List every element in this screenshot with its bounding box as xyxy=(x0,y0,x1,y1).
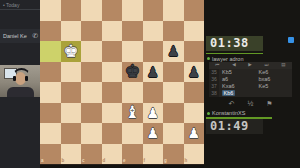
headphone-cup-right xyxy=(25,76,28,81)
clock-white: 01:49 xyxy=(206,119,263,134)
player-top[interactable]: lawyer adron xyxy=(207,55,244,62)
call-contact-row[interactable]: Daniel Ke ✆ xyxy=(0,29,40,43)
square-e8[interactable] xyxy=(122,0,143,21)
square-f1[interactable]: f xyxy=(143,144,164,165)
chess-board[interactable]: ♚♟♚♟♟♝♟♟♟abcdefgh xyxy=(40,0,204,165)
webcam-video xyxy=(0,65,40,97)
square-a3[interactable] xyxy=(40,103,61,124)
square-h8[interactable] xyxy=(184,0,205,21)
square-e6[interactable] xyxy=(122,41,143,62)
square-g2[interactable] xyxy=(163,123,184,144)
square-g8[interactable] xyxy=(163,0,184,21)
offer-draw-icon[interactable]: ½ xyxy=(247,100,253,107)
file-coordinate: d xyxy=(103,159,106,164)
file-coordinate: b xyxy=(62,159,65,164)
resign-icon[interactable]: ⚑ xyxy=(266,100,272,107)
square-h6[interactable] xyxy=(184,41,205,62)
square-b2[interactable] xyxy=(61,123,82,144)
player-bottom[interactable]: KonstantinXS xyxy=(207,110,245,117)
square-d6[interactable] xyxy=(102,41,123,62)
square-f2[interactable]: ♟ xyxy=(143,123,164,144)
square-d5[interactable] xyxy=(102,62,123,83)
square-b5[interactable] xyxy=(61,62,82,83)
move-number: 38 xyxy=(209,90,219,97)
black-pawn[interactable]: ♟ xyxy=(184,62,205,83)
contact-name: Daniel Ke xyxy=(3,33,27,39)
first-move-icon[interactable]: ⏮ xyxy=(215,63,219,68)
file-coordinate: a xyxy=(41,159,44,164)
move-row: 37Kxa6Ke5 xyxy=(209,83,292,90)
player-bottom-name: KonstantinXS xyxy=(212,110,245,116)
black-pawn[interactable]: ♟ xyxy=(163,41,184,62)
square-f5[interactable]: ♟ xyxy=(143,62,164,83)
current-move[interactable]: Kb6 xyxy=(222,90,235,96)
square-a8[interactable] xyxy=(40,0,61,21)
square-g4[interactable] xyxy=(163,82,184,103)
white-bishop[interactable]: ♝ xyxy=(122,103,143,124)
blue-badge-icon[interactable] xyxy=(288,37,294,43)
move-number: 35 xyxy=(209,69,219,76)
square-a1[interactable]: a xyxy=(40,144,61,165)
move-number: 37 xyxy=(209,83,219,90)
square-h2[interactable]: ♟ xyxy=(184,123,205,144)
square-h4[interactable] xyxy=(184,82,205,103)
square-f7[interactable] xyxy=(143,21,164,42)
move-black[interactable]: Ke6 xyxy=(256,69,293,76)
square-g7[interactable] xyxy=(163,21,184,42)
move-white[interactable]: Kb5 xyxy=(219,69,256,76)
chat-sidebar: • Today Daniel Ke ✆ xyxy=(0,0,40,168)
square-a5[interactable] xyxy=(40,62,61,83)
square-g3[interactable] xyxy=(163,103,184,124)
player-top-name: lawyer adron xyxy=(212,56,244,62)
white-pawn[interactable]: ♟ xyxy=(143,123,164,144)
square-c1[interactable]: c xyxy=(81,144,102,165)
move-list-box: ⏮◀▶⏭▤ 35Kb5Ke636a6bxa637Kxa6Ke538Kb6 xyxy=(209,62,292,97)
move-black[interactable]: bxa6 xyxy=(256,76,293,83)
square-f8[interactable] xyxy=(143,0,164,21)
menu-icon[interactable]: ▤ xyxy=(281,63,285,68)
file-coordinate: h xyxy=(185,159,188,164)
square-d2[interactable] xyxy=(102,123,123,144)
app-screen: • Today Daniel Ke ✆ ♚♟♚♟♟♝♟♟♟abcdefgh 01… xyxy=(0,0,300,168)
square-h7[interactable] xyxy=(184,21,205,42)
move-rows: 35Kb5Ke636a6bxa637Kxa6Ke538Kb6 xyxy=(209,69,292,97)
white-pawn[interactable]: ♟ xyxy=(184,123,205,144)
square-c8[interactable] xyxy=(81,0,102,21)
file-coordinate: g xyxy=(164,159,167,164)
square-a6[interactable] xyxy=(40,41,61,62)
square-c5[interactable] xyxy=(81,62,102,83)
move-number: 36 xyxy=(209,76,219,83)
square-g5[interactable] xyxy=(163,62,184,83)
black-pawn[interactable]: ♟ xyxy=(143,62,164,83)
streamer-torso xyxy=(7,87,34,97)
phone-icon[interactable]: ✆ xyxy=(32,32,38,40)
white-king[interactable]: ♚ xyxy=(61,41,82,62)
square-b7[interactable] xyxy=(61,21,82,42)
move-row: 38Kb6 xyxy=(209,90,292,97)
square-b3[interactable] xyxy=(61,103,82,124)
square-a2[interactable] xyxy=(40,123,61,144)
square-c6[interactable] xyxy=(81,41,102,62)
square-e4[interactable] xyxy=(122,82,143,103)
square-b8[interactable] xyxy=(61,0,82,21)
square-d7[interactable] xyxy=(102,21,123,42)
black-king[interactable]: ♚ xyxy=(122,62,143,83)
sidebar-divider xyxy=(0,9,40,10)
file-coordinate: f xyxy=(144,159,146,164)
square-f6[interactable] xyxy=(143,41,164,62)
headphone-cup-left xyxy=(13,76,16,81)
board-bottom-edge xyxy=(40,165,204,168)
last-move-icon[interactable]: ⏭ xyxy=(265,63,269,68)
move-nav-bar[interactable]: ⏮◀▶⏭▤ xyxy=(209,62,292,69)
square-d3[interactable] xyxy=(102,103,123,124)
chat-date-divider: • Today xyxy=(3,2,19,8)
move-black[interactable]: Ke5 xyxy=(256,83,293,90)
square-b1[interactable]: b xyxy=(61,144,82,165)
square-h3[interactable] xyxy=(184,103,205,124)
square-c4[interactable] xyxy=(81,82,102,103)
square-d1[interactable]: d xyxy=(102,144,123,165)
square-d8[interactable] xyxy=(102,0,123,21)
square-e5[interactable]: ♚ xyxy=(122,62,143,83)
white-pawn[interactable]: ♟ xyxy=(143,103,164,124)
move-white[interactable]: Kb6 xyxy=(219,90,256,97)
square-g1[interactable]: g xyxy=(163,144,184,165)
square-d4[interactable] xyxy=(102,82,123,103)
game-actions-bar: ↶½⚑ xyxy=(209,98,292,109)
next-move-icon[interactable]: ▶ xyxy=(248,63,251,68)
move-white[interactable]: a6 xyxy=(219,76,256,83)
move-row: 36a6bxa6 xyxy=(209,76,292,83)
active-clock-underline xyxy=(206,53,263,55)
square-b4[interactable] xyxy=(61,82,82,103)
online-dot-icon xyxy=(207,57,210,60)
move-white[interactable]: Kxa6 xyxy=(219,83,256,90)
square-h1[interactable]: h xyxy=(184,144,205,165)
square-e2[interactable] xyxy=(122,123,143,144)
online-dot-icon xyxy=(207,112,210,115)
square-h5[interactable]: ♟ xyxy=(184,62,205,83)
prev-move-icon[interactable]: ◀ xyxy=(232,63,235,68)
square-b6[interactable]: ♚ xyxy=(61,41,82,62)
square-g6[interactable]: ♟ xyxy=(163,41,184,62)
square-c2[interactable] xyxy=(81,123,102,144)
move-row: 35Kb5Ke6 xyxy=(209,69,292,76)
file-coordinate: e xyxy=(123,159,126,164)
square-a4[interactable] xyxy=(40,82,61,103)
square-e3[interactable]: ♝ xyxy=(122,103,143,124)
square-a7[interactable] xyxy=(40,21,61,42)
takeback-icon[interactable]: ↶ xyxy=(229,100,235,107)
square-f3[interactable]: ♟ xyxy=(143,103,164,124)
square-c3[interactable] xyxy=(81,103,102,124)
square-e7[interactable] xyxy=(122,21,143,42)
square-e1[interactable]: e xyxy=(122,144,143,165)
square-f4[interactable] xyxy=(143,82,164,103)
square-c7[interactable] xyxy=(81,21,102,42)
file-coordinate: c xyxy=(82,159,85,164)
clock-black: 01:38 xyxy=(206,36,263,51)
